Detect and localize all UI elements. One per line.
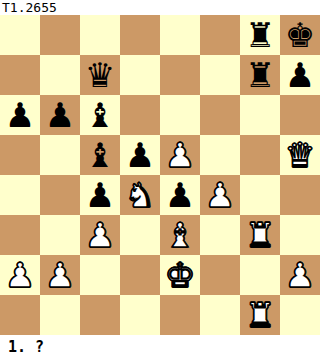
square-e5[interactable]: ♟︎ — [160, 135, 200, 175]
piece-white-pawn[interactable]: ♟︎ — [165, 135, 195, 175]
piece-black-pawn[interactable]: ♟︎ — [5, 95, 35, 135]
square-h1[interactable] — [280, 295, 320, 335]
square-g5[interactable] — [240, 135, 280, 175]
square-g4[interactable] — [240, 175, 280, 215]
square-g2[interactable] — [240, 255, 280, 295]
piece-white-knight[interactable]: ♞︎ — [125, 175, 155, 215]
piece-black-pawn[interactable]: ♟︎ — [45, 95, 75, 135]
square-a7[interactable] — [0, 55, 40, 95]
piece-black-queen[interactable]: ♛︎ — [85, 55, 115, 95]
square-b2[interactable]: ♟︎ — [40, 255, 80, 295]
square-g1[interactable]: ♜︎ — [240, 295, 280, 335]
square-a3[interactable] — [0, 215, 40, 255]
move-prompt: 1. ? — [0, 335, 320, 360]
piece-black-bishop[interactable]: ♝︎ — [85, 135, 115, 175]
square-c1[interactable] — [80, 295, 120, 335]
square-h5[interactable]: ♛︎ — [280, 135, 320, 175]
piece-black-rook[interactable]: ♜︎ — [245, 15, 275, 55]
square-c5[interactable]: ♝︎ — [80, 135, 120, 175]
square-e4[interactable]: ♟︎ — [160, 175, 200, 215]
piece-black-pawn[interactable]: ♟︎ — [165, 175, 195, 215]
piece-white-pawn[interactable]: ♟︎ — [285, 255, 315, 295]
piece-white-pawn[interactable]: ♟︎ — [85, 215, 115, 255]
piece-white-pawn[interactable]: ♟︎ — [205, 175, 235, 215]
square-d2[interactable] — [120, 255, 160, 295]
square-g8[interactable]: ♜︎ — [240, 15, 280, 55]
square-a8[interactable] — [0, 15, 40, 55]
piece-black-pawn[interactable]: ♟︎ — [285, 55, 315, 95]
piece-black-king[interactable]: ♚︎ — [285, 15, 315, 55]
piece-black-pawn[interactable]: ♟︎ — [85, 175, 115, 215]
square-h4[interactable] — [280, 175, 320, 215]
square-f2[interactable] — [200, 255, 240, 295]
square-a4[interactable] — [0, 175, 40, 215]
piece-white-pawn[interactable]: ♟︎ — [5, 255, 35, 295]
piece-black-bishop[interactable]: ♝︎ — [85, 95, 115, 135]
square-e3[interactable]: ♝︎ — [160, 215, 200, 255]
square-c8[interactable] — [80, 15, 120, 55]
square-b6[interactable]: ♟︎ — [40, 95, 80, 135]
chess-board: ♜︎♚︎♛︎♜︎♟︎♟︎♟︎♝︎♝︎♟︎♟︎♛︎♟︎♞︎♟︎♟︎♟︎♝︎♜︎♟︎… — [0, 15, 320, 335]
piece-black-rook[interactable]: ♜︎ — [245, 55, 275, 95]
square-f4[interactable]: ♟︎ — [200, 175, 240, 215]
square-f8[interactable] — [200, 15, 240, 55]
square-e2[interactable]: ♚︎ — [160, 255, 200, 295]
square-e6[interactable] — [160, 95, 200, 135]
square-f1[interactable] — [200, 295, 240, 335]
square-d4[interactable]: ♞︎ — [120, 175, 160, 215]
square-c7[interactable]: ♛︎ — [80, 55, 120, 95]
square-b4[interactable] — [40, 175, 80, 215]
piece-white-pawn[interactable]: ♟︎ — [45, 255, 75, 295]
piece-white-king[interactable]: ♚︎ — [165, 255, 195, 295]
square-g3[interactable]: ♜︎ — [240, 215, 280, 255]
square-a1[interactable] — [0, 295, 40, 335]
square-f3[interactable] — [200, 215, 240, 255]
square-b3[interactable] — [40, 215, 80, 255]
square-d3[interactable] — [120, 215, 160, 255]
square-h7[interactable]: ♟︎ — [280, 55, 320, 95]
piece-white-queen[interactable]: ♛︎ — [285, 135, 315, 175]
square-c4[interactable]: ♟︎ — [80, 175, 120, 215]
square-c3[interactable]: ♟︎ — [80, 215, 120, 255]
square-d5[interactable]: ♟︎ — [120, 135, 160, 175]
piece-white-rook[interactable]: ♜︎ — [245, 215, 275, 255]
square-g6[interactable] — [240, 95, 280, 135]
square-h2[interactable]: ♟︎ — [280, 255, 320, 295]
square-f5[interactable] — [200, 135, 240, 175]
square-a5[interactable] — [0, 135, 40, 175]
piece-white-bishop[interactable]: ♝︎ — [165, 215, 195, 255]
square-e1[interactable] — [160, 295, 200, 335]
square-d6[interactable] — [120, 95, 160, 135]
square-h8[interactable]: ♚︎ — [280, 15, 320, 55]
square-c6[interactable]: ♝︎ — [80, 95, 120, 135]
square-c2[interactable] — [80, 255, 120, 295]
square-a2[interactable]: ♟︎ — [0, 255, 40, 295]
square-g7[interactable]: ♜︎ — [240, 55, 280, 95]
square-h6[interactable] — [280, 95, 320, 135]
square-d1[interactable] — [120, 295, 160, 335]
square-f6[interactable] — [200, 95, 240, 135]
square-b7[interactable] — [40, 55, 80, 95]
square-e7[interactable] — [160, 55, 200, 95]
piece-white-rook[interactable]: ♜︎ — [245, 295, 275, 335]
square-b8[interactable] — [40, 15, 80, 55]
chess-puzzle-app: T1.2655 ♜︎♚︎♛︎♜︎♟︎♟︎♟︎♝︎♝︎♟︎♟︎♛︎♟︎♞︎♟︎♟︎… — [0, 0, 320, 360]
square-h3[interactable] — [280, 215, 320, 255]
square-d8[interactable] — [120, 15, 160, 55]
square-a6[interactable]: ♟︎ — [0, 95, 40, 135]
piece-black-pawn[interactable]: ♟︎ — [125, 135, 155, 175]
square-b5[interactable] — [40, 135, 80, 175]
square-e8[interactable] — [160, 15, 200, 55]
square-f7[interactable] — [200, 55, 240, 95]
puzzle-id: T1.2655 — [0, 0, 320, 15]
square-b1[interactable] — [40, 295, 80, 335]
square-d7[interactable] — [120, 55, 160, 95]
